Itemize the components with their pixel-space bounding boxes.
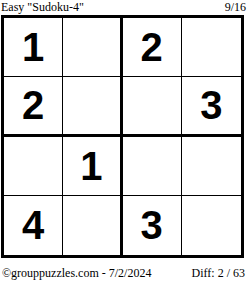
difficulty-text: Diff: 2 / 63 [192, 265, 245, 281]
cell-r3c2: 1 [63, 137, 122, 196]
puzzle-counter: 9/16 [225, 0, 246, 14]
sudoku-board: 1 2 2 3 1 4 3 [1, 15, 244, 258]
page-footer: ©grouppuzzles.com - 7/2/2024 Diff: 2 / 6… [0, 265, 247, 281]
cell-r1c2[interactable] [63, 18, 122, 77]
cell-r2c4: 3 [182, 77, 241, 136]
cell-r4c2[interactable] [63, 196, 122, 255]
cell-r1c3: 2 [123, 18, 182, 77]
cell-r4c3: 3 [123, 196, 182, 255]
puzzle-title: Easy "Sudoku-4" [1, 0, 84, 14]
cell-r2c2[interactable] [63, 77, 122, 136]
cell-r2c3[interactable] [123, 77, 182, 136]
cell-r4c4[interactable] [182, 196, 241, 255]
copyright-text: ©grouppuzzles.com - 7/2/2024 [2, 265, 151, 281]
cell-r3c1[interactable] [4, 137, 63, 196]
page-header: Easy "Sudoku-4" 9/16 [0, 0, 247, 14]
cell-r1c1: 1 [4, 18, 63, 77]
cell-r1c4[interactable] [182, 18, 241, 77]
cell-r3c3[interactable] [123, 137, 182, 196]
cell-r2c1: 2 [4, 77, 63, 136]
cell-r3c4[interactable] [182, 137, 241, 196]
cell-r4c1: 4 [4, 196, 63, 255]
